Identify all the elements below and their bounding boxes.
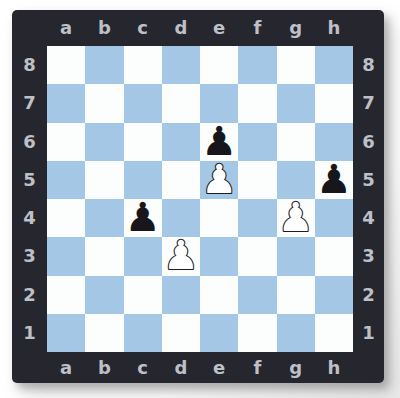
rank-label-right-4: 4 bbox=[353, 199, 384, 237]
square-c4[interactable]: ♟ bbox=[124, 199, 162, 237]
square-f1[interactable] bbox=[238, 314, 276, 352]
square-g7[interactable] bbox=[277, 84, 315, 122]
square-a8[interactable] bbox=[47, 46, 85, 84]
file-labels-top: abcdefgh bbox=[47, 10, 353, 46]
file-label-bottom-d: d bbox=[162, 352, 200, 383]
square-b1[interactable] bbox=[85, 314, 123, 352]
rank-label-left-4: 4 bbox=[12, 199, 47, 237]
rank-label-right-1: 1 bbox=[353, 314, 384, 352]
square-g5[interactable] bbox=[277, 161, 315, 199]
rank-label-left-7: 7 bbox=[12, 84, 47, 122]
square-c7[interactable] bbox=[124, 84, 162, 122]
rank-label-right-3: 3 bbox=[353, 237, 384, 275]
square-e2[interactable] bbox=[200, 276, 238, 314]
black-pawn-e6: ♟ bbox=[201, 122, 237, 160]
square-c2[interactable] bbox=[124, 276, 162, 314]
square-e8[interactable] bbox=[200, 46, 238, 84]
file-label-bottom-c: c bbox=[124, 352, 162, 383]
file-label-top-g: g bbox=[277, 10, 315, 46]
file-label-top-e: e bbox=[200, 10, 238, 46]
file-label-bottom-g: g bbox=[277, 352, 315, 383]
file-label-bottom-f: f bbox=[238, 352, 276, 383]
black-pawn-h5: ♟ bbox=[316, 160, 352, 198]
white-pawn-g4: ♟ bbox=[278, 198, 314, 236]
rank-label-right-2: 2 bbox=[353, 276, 384, 314]
square-a3[interactable] bbox=[47, 237, 85, 275]
square-d8[interactable] bbox=[162, 46, 200, 84]
rank-label-right-8: 8 bbox=[353, 46, 384, 84]
square-e1[interactable] bbox=[200, 314, 238, 352]
square-h1[interactable] bbox=[315, 314, 353, 352]
rank-label-left-6: 6 bbox=[12, 123, 47, 161]
page-background: abcdefgh abcdefgh 87654321 87654321 ♟♟♟♟… bbox=[0, 0, 400, 398]
square-g4[interactable]: ♟ bbox=[277, 199, 315, 237]
file-label-bottom-h: h bbox=[315, 352, 353, 383]
square-d4[interactable] bbox=[162, 199, 200, 237]
rank-label-left-3: 3 bbox=[12, 237, 47, 275]
square-h5[interactable]: ♟ bbox=[315, 161, 353, 199]
square-d7[interactable] bbox=[162, 84, 200, 122]
white-pawn-e5: ♟ bbox=[201, 160, 237, 198]
black-pawn-c4: ♟ bbox=[125, 198, 161, 236]
file-label-top-f: f bbox=[238, 10, 276, 46]
rank-label-left-1: 1 bbox=[12, 314, 47, 352]
square-c3[interactable] bbox=[124, 237, 162, 275]
square-d5[interactable] bbox=[162, 161, 200, 199]
square-a2[interactable] bbox=[47, 276, 85, 314]
square-c1[interactable] bbox=[124, 314, 162, 352]
square-b5[interactable] bbox=[85, 161, 123, 199]
square-a7[interactable] bbox=[47, 84, 85, 122]
file-label-bottom-b: b bbox=[85, 352, 123, 383]
chess-board-frame: abcdefgh abcdefgh 87654321 87654321 ♟♟♟♟… bbox=[12, 10, 384, 383]
square-g6[interactable] bbox=[277, 123, 315, 161]
file-label-top-b: b bbox=[85, 10, 123, 46]
rank-label-left-2: 2 bbox=[12, 276, 47, 314]
file-labels-bottom: abcdefgh bbox=[47, 352, 353, 383]
square-g8[interactable] bbox=[277, 46, 315, 84]
file-label-top-d: d bbox=[162, 10, 200, 46]
square-b3[interactable] bbox=[85, 237, 123, 275]
rank-label-right-7: 7 bbox=[353, 84, 384, 122]
square-h7[interactable] bbox=[315, 84, 353, 122]
square-b2[interactable] bbox=[85, 276, 123, 314]
square-h2[interactable] bbox=[315, 276, 353, 314]
rank-label-left-8: 8 bbox=[12, 46, 47, 84]
square-d2[interactable] bbox=[162, 276, 200, 314]
square-e3[interactable] bbox=[200, 237, 238, 275]
rank-label-left-5: 5 bbox=[12, 161, 47, 199]
square-a1[interactable] bbox=[47, 314, 85, 352]
square-h6[interactable] bbox=[315, 123, 353, 161]
square-f7[interactable] bbox=[238, 84, 276, 122]
square-g2[interactable] bbox=[277, 276, 315, 314]
square-g1[interactable] bbox=[277, 314, 315, 352]
square-c6[interactable] bbox=[124, 123, 162, 161]
square-a4[interactable] bbox=[47, 199, 85, 237]
square-e4[interactable] bbox=[200, 199, 238, 237]
square-e7[interactable] bbox=[200, 84, 238, 122]
square-h3[interactable] bbox=[315, 237, 353, 275]
file-label-bottom-e: e bbox=[200, 352, 238, 383]
square-h8[interactable] bbox=[315, 46, 353, 84]
file-label-top-c: c bbox=[124, 10, 162, 46]
square-b4[interactable] bbox=[85, 199, 123, 237]
square-d3[interactable]: ♟ bbox=[162, 237, 200, 275]
white-pawn-d3: ♟ bbox=[163, 236, 199, 274]
square-e5[interactable]: ♟ bbox=[200, 161, 238, 199]
square-f8[interactable] bbox=[238, 46, 276, 84]
square-f2[interactable] bbox=[238, 276, 276, 314]
square-b6[interactable] bbox=[85, 123, 123, 161]
file-label-top-a: a bbox=[47, 10, 85, 46]
rank-label-right-6: 6 bbox=[353, 123, 384, 161]
square-c8[interactable] bbox=[124, 46, 162, 84]
square-f6[interactable] bbox=[238, 123, 276, 161]
square-f3[interactable] bbox=[238, 237, 276, 275]
square-a6[interactable] bbox=[47, 123, 85, 161]
square-e6[interactable]: ♟ bbox=[200, 123, 238, 161]
square-b8[interactable] bbox=[85, 46, 123, 84]
square-h4[interactable] bbox=[315, 199, 353, 237]
square-d1[interactable] bbox=[162, 314, 200, 352]
square-a5[interactable] bbox=[47, 161, 85, 199]
square-c5[interactable] bbox=[124, 161, 162, 199]
square-b7[interactable] bbox=[85, 84, 123, 122]
square-f5[interactable] bbox=[238, 161, 276, 199]
square-g3[interactable] bbox=[277, 237, 315, 275]
file-label-bottom-a: a bbox=[47, 352, 85, 383]
rank-label-right-5: 5 bbox=[353, 161, 384, 199]
rank-labels-left: 87654321 bbox=[12, 46, 47, 352]
file-label-top-h: h bbox=[315, 10, 353, 46]
square-f4[interactable] bbox=[238, 199, 276, 237]
chess-board: ♟♟♟♟♟♟ bbox=[47, 46, 353, 352]
rank-labels-right: 87654321 bbox=[353, 46, 384, 352]
square-d6[interactable] bbox=[162, 123, 200, 161]
